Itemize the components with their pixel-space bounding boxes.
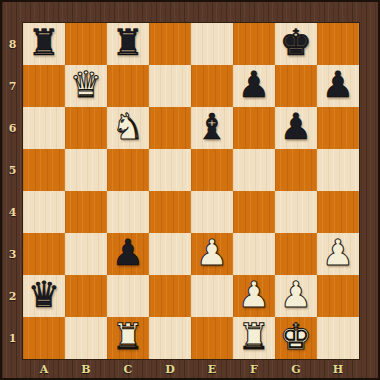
rank-label-2: 2 (2, 275, 23, 317)
piece-white-knight[interactable]: ♞ (112, 109, 144, 145)
chess-board-frame: 87654321 ♜♜♚♛♟♟♞♝♟♟♟♟♛♟♟♜♜♚ ABCDEFGH (0, 0, 380, 380)
square-e4[interactable] (191, 191, 233, 233)
rank-label-7: 7 (2, 65, 23, 107)
square-b7[interactable]: ♛ (65, 65, 107, 107)
rank-label-6: 6 (2, 107, 23, 149)
square-f3[interactable] (233, 233, 275, 275)
square-c8[interactable]: ♜ (107, 23, 149, 65)
square-f1[interactable]: ♜ (233, 317, 275, 359)
file-label-h: H (317, 359, 359, 380)
square-a2[interactable]: ♛ (23, 275, 65, 317)
square-h2[interactable] (317, 275, 359, 317)
square-g1[interactable]: ♚ (275, 317, 317, 359)
piece-black-pawn[interactable]: ♟ (280, 109, 312, 145)
square-f6[interactable] (233, 107, 275, 149)
square-c6[interactable]: ♞ (107, 107, 149, 149)
square-g6[interactable]: ♟ (275, 107, 317, 149)
piece-black-pawn[interactable]: ♟ (322, 67, 354, 103)
square-d1[interactable] (149, 317, 191, 359)
piece-black-rook[interactable]: ♜ (28, 25, 60, 61)
square-b1[interactable] (65, 317, 107, 359)
square-b6[interactable] (65, 107, 107, 149)
square-f2[interactable]: ♟ (233, 275, 275, 317)
square-g2[interactable]: ♟ (275, 275, 317, 317)
square-c2[interactable] (107, 275, 149, 317)
piece-black-king[interactable]: ♚ (280, 25, 312, 61)
piece-black-pawn[interactable]: ♟ (112, 235, 144, 271)
square-d3[interactable] (149, 233, 191, 275)
square-d5[interactable] (149, 149, 191, 191)
square-f8[interactable] (233, 23, 275, 65)
chess-board: ♜♜♚♛♟♟♞♝♟♟♟♟♛♟♟♜♜♚ (23, 23, 359, 359)
rank-labels: 87654321 (2, 23, 23, 359)
file-label-d: D (149, 359, 191, 380)
square-a1[interactable] (23, 317, 65, 359)
square-g8[interactable]: ♚ (275, 23, 317, 65)
square-e6[interactable]: ♝ (191, 107, 233, 149)
square-d8[interactable] (149, 23, 191, 65)
piece-white-king[interactable]: ♚ (280, 319, 312, 355)
piece-white-queen[interactable]: ♛ (70, 67, 102, 103)
square-e8[interactable] (191, 23, 233, 65)
square-d4[interactable] (149, 191, 191, 233)
square-h8[interactable] (317, 23, 359, 65)
square-b3[interactable] (65, 233, 107, 275)
square-h7[interactable]: ♟ (317, 65, 359, 107)
square-g7[interactable] (275, 65, 317, 107)
square-h4[interactable] (317, 191, 359, 233)
square-e2[interactable] (191, 275, 233, 317)
file-label-g: G (275, 359, 317, 380)
rank-label-8: 8 (2, 23, 23, 65)
square-g5[interactable] (275, 149, 317, 191)
piece-white-rook[interactable]: ♜ (112, 319, 144, 355)
square-h5[interactable] (317, 149, 359, 191)
file-labels: ABCDEFGH (23, 359, 359, 380)
square-h6[interactable] (317, 107, 359, 149)
piece-white-pawn[interactable]: ♟ (196, 235, 228, 271)
square-g3[interactable] (275, 233, 317, 275)
square-f4[interactable] (233, 191, 275, 233)
file-label-b: B (65, 359, 107, 380)
square-d7[interactable] (149, 65, 191, 107)
square-c1[interactable]: ♜ (107, 317, 149, 359)
square-c3[interactable]: ♟ (107, 233, 149, 275)
rank-label-4: 4 (2, 191, 23, 233)
piece-white-pawn[interactable]: ♟ (322, 235, 354, 271)
square-b5[interactable] (65, 149, 107, 191)
square-f7[interactable]: ♟ (233, 65, 275, 107)
square-a7[interactable] (23, 65, 65, 107)
piece-black-pawn[interactable]: ♟ (238, 67, 270, 103)
file-label-f: F (233, 359, 275, 380)
square-e1[interactable] (191, 317, 233, 359)
rank-label-3: 3 (2, 233, 23, 275)
square-d2[interactable] (149, 275, 191, 317)
square-c7[interactable] (107, 65, 149, 107)
piece-black-bishop[interactable]: ♝ (196, 109, 228, 145)
square-e7[interactable] (191, 65, 233, 107)
file-label-c: C (107, 359, 149, 380)
rank-label-5: 5 (2, 149, 23, 191)
square-a6[interactable] (23, 107, 65, 149)
square-e5[interactable] (191, 149, 233, 191)
rank-label-1: 1 (2, 317, 23, 359)
square-a4[interactable] (23, 191, 65, 233)
file-label-a: A (23, 359, 65, 380)
square-a3[interactable] (23, 233, 65, 275)
square-c4[interactable] (107, 191, 149, 233)
square-b4[interactable] (65, 191, 107, 233)
square-b2[interactable] (65, 275, 107, 317)
piece-black-rook[interactable]: ♜ (112, 25, 144, 61)
square-e3[interactable]: ♟ (191, 233, 233, 275)
square-f5[interactable] (233, 149, 275, 191)
square-b8[interactable] (65, 23, 107, 65)
square-h1[interactable] (317, 317, 359, 359)
file-label-e: E (191, 359, 233, 380)
square-a8[interactable]: ♜ (23, 23, 65, 65)
square-c5[interactable] (107, 149, 149, 191)
square-h3[interactable]: ♟ (317, 233, 359, 275)
piece-black-queen[interactable]: ♛ (28, 277, 60, 313)
square-d6[interactable] (149, 107, 191, 149)
piece-white-pawn[interactable]: ♟ (238, 277, 270, 313)
piece-white-pawn[interactable]: ♟ (280, 277, 312, 313)
piece-white-rook[interactable]: ♜ (238, 319, 270, 355)
square-a5[interactable] (23, 149, 65, 191)
square-g4[interactable] (275, 191, 317, 233)
